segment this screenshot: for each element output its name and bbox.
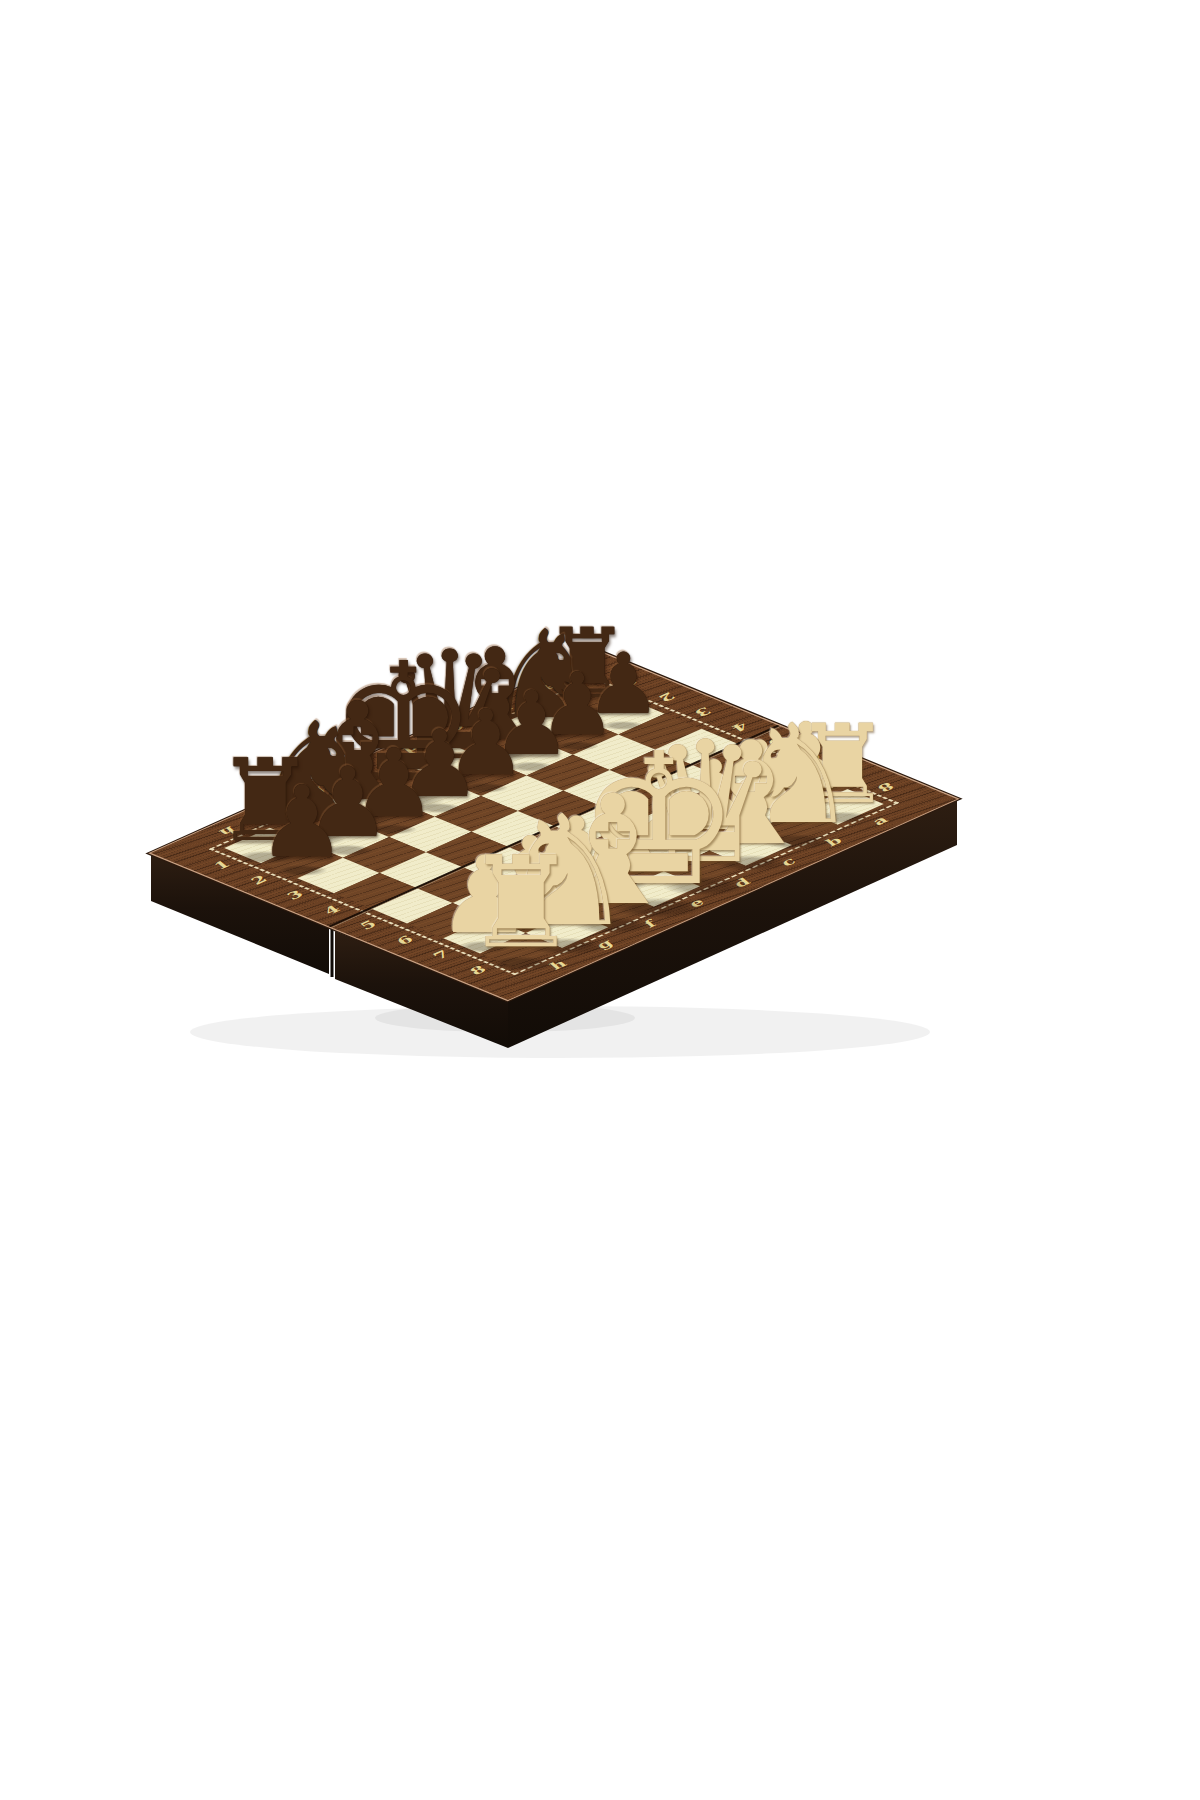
rank-label-near-5: 5 xyxy=(352,920,380,932)
file-label-near-f: f xyxy=(637,919,661,929)
product-photo-scene: 1122334455667788aabbccddeeffgghh ♜♟♟♜♞♟♟… xyxy=(0,0,1200,1800)
file-label-far-h: h xyxy=(215,824,244,836)
file-label-near-b: b xyxy=(818,836,846,848)
rank-label-near-6: 6 xyxy=(389,935,417,947)
rank-label-far-1: 1 xyxy=(618,675,646,687)
rank-label-far-5: 5 xyxy=(764,735,792,747)
file-label-far-g: g xyxy=(262,804,290,816)
rank-label-near-8: 8 xyxy=(462,965,490,977)
file-label-far-e: e xyxy=(354,763,381,775)
rank-label-far-6: 6 xyxy=(800,750,828,762)
file-label-far-c: c xyxy=(446,722,473,733)
rank-label-near-4: 4 xyxy=(316,905,344,917)
rank-label-far-7: 7 xyxy=(837,765,865,777)
rank-label-near-1: 1 xyxy=(206,859,234,871)
file-label-near-h: h xyxy=(542,959,571,971)
file-label-far-d: d xyxy=(399,742,427,754)
file-label-near-e: e xyxy=(681,898,708,910)
file-label-near-d: d xyxy=(726,877,754,889)
rank-label-far-4: 4 xyxy=(727,720,755,732)
rank-label-far-2: 2 xyxy=(654,690,682,702)
file-label-near-c: c xyxy=(773,857,800,868)
rank-label-near-3: 3 xyxy=(279,889,307,901)
file-label-near-a: a xyxy=(865,816,892,828)
rank-label-far-3: 3 xyxy=(691,705,719,717)
file-label-near-g: g xyxy=(589,939,617,951)
file-label-far-b: b xyxy=(491,701,519,713)
rank-label-near-7: 7 xyxy=(425,950,453,962)
file-label-far-a: a xyxy=(537,681,564,693)
file-label-far-f: f xyxy=(310,784,334,794)
rank-label-far-8: 8 xyxy=(873,781,901,793)
rank-label-near-2: 2 xyxy=(243,874,271,886)
